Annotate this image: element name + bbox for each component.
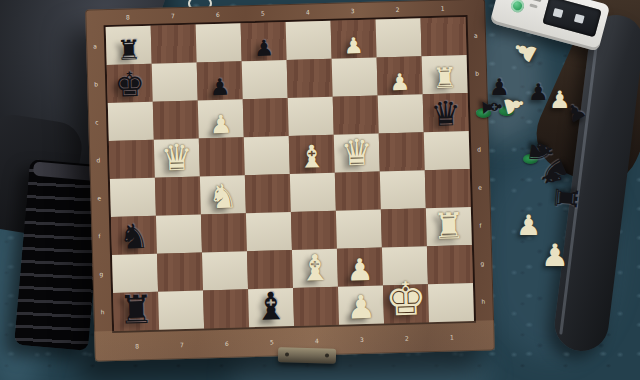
square-g5 bbox=[247, 250, 293, 289]
square-e1 bbox=[425, 169, 471, 208]
square-f3 bbox=[336, 209, 382, 248]
white-knight: ♞ bbox=[208, 179, 239, 213]
square-h3: ♟ bbox=[338, 285, 384, 324]
square-d2 bbox=[379, 132, 425, 171]
photo-scene: ♜♟♟♚♟♟♜♟♛♛♝♛♞♞♜♝♟♜♝♟♚ 8877665544332211aa… bbox=[0, 0, 640, 380]
square-e2 bbox=[380, 170, 426, 209]
square-c5 bbox=[243, 98, 289, 137]
black-rook: ♜ bbox=[116, 36, 141, 64]
square-h6 bbox=[203, 289, 249, 328]
square-b4 bbox=[287, 59, 333, 98]
captured-white-pawn: ♟ bbox=[508, 35, 542, 68]
white-bishop: ♝ bbox=[298, 141, 327, 173]
felt-base-white-pawn bbox=[499, 106, 514, 116]
square-e6: ♞ bbox=[200, 175, 246, 214]
square-e3 bbox=[335, 171, 381, 210]
clock-green-button-icon bbox=[510, 0, 526, 14]
square-f2 bbox=[381, 208, 427, 247]
board-latch bbox=[278, 347, 336, 364]
coordinate-label-8: 8 bbox=[135, 342, 139, 349]
square-h2: ♚ bbox=[383, 284, 429, 323]
square-a4 bbox=[286, 21, 332, 60]
white-queen: ♛ bbox=[160, 140, 193, 177]
captured-black-pawn: ♟ bbox=[528, 81, 549, 104]
black-rook: ♜ bbox=[118, 290, 154, 330]
square-e8 bbox=[110, 178, 156, 217]
square-g1 bbox=[427, 245, 473, 284]
coordinate-label-3: 3 bbox=[351, 7, 355, 14]
black-queen: ♛ bbox=[430, 96, 461, 131]
square-c1: ♛ bbox=[423, 93, 469, 132]
square-g4: ♝ bbox=[292, 249, 338, 288]
square-e5 bbox=[245, 174, 291, 213]
square-d3: ♛ bbox=[334, 134, 380, 173]
coordinate-label-6: 6 bbox=[216, 11, 220, 18]
square-d6 bbox=[199, 137, 245, 176]
white-rook: ♜ bbox=[432, 64, 458, 93]
coordinate-label-4: 4 bbox=[315, 337, 319, 344]
coordinate-label-2: 2 bbox=[396, 6, 400, 13]
coordinate-label-e: e bbox=[478, 184, 482, 191]
white-pawn: ♟ bbox=[346, 291, 376, 324]
felt-base-black-knight bbox=[523, 154, 538, 164]
coordinate-label-f: f bbox=[479, 222, 481, 229]
coordinate-label-5: 5 bbox=[270, 339, 274, 346]
square-c8 bbox=[108, 102, 154, 141]
coordinate-label-6: 6 bbox=[225, 340, 229, 347]
square-a8: ♜ bbox=[106, 26, 152, 65]
square-b5 bbox=[242, 60, 288, 99]
square-f6 bbox=[201, 213, 247, 252]
square-g6 bbox=[202, 251, 248, 290]
square-d4: ♝ bbox=[289, 135, 335, 174]
black-knight: ♞ bbox=[118, 219, 149, 254]
white-pawn: ♟ bbox=[209, 112, 232, 138]
coordinate-label-g: g bbox=[99, 270, 103, 277]
square-g2 bbox=[382, 246, 428, 285]
clock-digit-glow bbox=[553, 8, 564, 18]
chess-clock bbox=[490, 0, 611, 52]
square-b6: ♟ bbox=[197, 61, 243, 100]
square-a5: ♟ bbox=[241, 22, 287, 61]
square-b3 bbox=[332, 58, 378, 97]
square-b1: ♜ bbox=[422, 55, 468, 94]
clock-label-mark bbox=[531, 0, 541, 2]
square-f8: ♞ bbox=[111, 216, 157, 255]
square-h5: ♝ bbox=[248, 288, 294, 327]
coordinate-label-c: c bbox=[95, 118, 99, 125]
square-e4 bbox=[290, 173, 336, 212]
coordinate-label-d: d bbox=[477, 146, 481, 153]
white-pawn: ♟ bbox=[346, 255, 374, 286]
board-grid: ♜♟♟♚♟♟♜♟♛♛♝♛♞♞♜♝♟♜♝♟♚ bbox=[106, 17, 474, 331]
coordinate-label-h: h bbox=[101, 308, 105, 315]
coordinate-label-g: g bbox=[480, 260, 484, 267]
black-pawn: ♟ bbox=[254, 37, 274, 60]
square-g8 bbox=[112, 254, 158, 293]
square-c2 bbox=[378, 94, 424, 133]
square-b8: ♚ bbox=[107, 64, 153, 103]
coordinate-label-7: 7 bbox=[171, 12, 175, 19]
coordinate-label-2: 2 bbox=[405, 335, 409, 342]
white-pawn: ♟ bbox=[344, 35, 364, 58]
square-h1 bbox=[428, 283, 474, 322]
square-h4 bbox=[293, 287, 339, 326]
white-pawn: ♟ bbox=[389, 71, 410, 95]
captured-white-pawn: ♟ bbox=[516, 212, 541, 240]
coordinate-label-3: 3 bbox=[360, 336, 364, 343]
square-c7 bbox=[153, 101, 199, 140]
square-h8: ♜ bbox=[113, 292, 159, 331]
square-a3: ♟ bbox=[331, 20, 377, 59]
square-f7 bbox=[156, 215, 202, 254]
square-f4 bbox=[291, 211, 337, 250]
coordinate-label-d: d bbox=[96, 156, 100, 163]
chess-board: ♜♟♟♚♟♟♜♟♛♛♝♛♞♞♜♝♟♜♝♟♚ 8877665544332211aa… bbox=[85, 0, 495, 362]
square-f1: ♜ bbox=[426, 207, 472, 246]
coordinate-label-b: b bbox=[475, 70, 479, 77]
square-h7 bbox=[158, 290, 204, 329]
square-c6: ♟ bbox=[198, 99, 244, 138]
felt-base-black-bishop bbox=[476, 108, 491, 118]
square-a1 bbox=[421, 17, 467, 56]
square-a2 bbox=[376, 18, 422, 57]
clock-label-mark bbox=[529, 3, 538, 8]
square-b7 bbox=[152, 63, 198, 102]
square-g3: ♟ bbox=[337, 247, 383, 286]
coordinate-label-b: b bbox=[94, 80, 98, 87]
square-a6 bbox=[196, 23, 242, 62]
coordinate-label-5: 5 bbox=[261, 10, 265, 17]
black-king: ♚ bbox=[114, 67, 145, 102]
coordinate-label-7: 7 bbox=[180, 341, 184, 348]
coordinate-label-1: 1 bbox=[441, 5, 445, 12]
coordinate-label-1: 1 bbox=[450, 333, 454, 340]
white-rook: ♜ bbox=[432, 208, 465, 245]
square-b2: ♟ bbox=[377, 56, 423, 95]
square-d8 bbox=[109, 140, 155, 179]
square-e7 bbox=[155, 177, 201, 216]
coordinate-label-4: 4 bbox=[306, 8, 310, 15]
square-d5 bbox=[244, 136, 290, 175]
black-bishop: ♝ bbox=[253, 287, 288, 326]
square-g7 bbox=[157, 252, 203, 291]
white-queen: ♛ bbox=[340, 135, 373, 172]
coordinate-label-h: h bbox=[481, 298, 485, 305]
coordinate-label-8: 8 bbox=[126, 13, 130, 20]
coordinate-label-a: a bbox=[474, 32, 478, 39]
coordinate-label-f: f bbox=[98, 232, 100, 239]
coordinate-label-e: e bbox=[97, 194, 101, 201]
clock-digit-glow bbox=[574, 14, 585, 24]
clock-display bbox=[542, 0, 601, 37]
black-pawn: ♟ bbox=[209, 76, 230, 100]
square-a7 bbox=[151, 25, 197, 64]
square-d1 bbox=[424, 131, 470, 170]
square-c3 bbox=[333, 96, 379, 135]
square-d7: ♛ bbox=[154, 139, 200, 178]
square-c4 bbox=[288, 97, 334, 136]
captured-black-pawn: ♟ bbox=[489, 76, 510, 99]
coordinate-label-a: a bbox=[93, 42, 97, 49]
square-f5 bbox=[246, 212, 292, 251]
white-bishop: ♝ bbox=[298, 250, 331, 287]
